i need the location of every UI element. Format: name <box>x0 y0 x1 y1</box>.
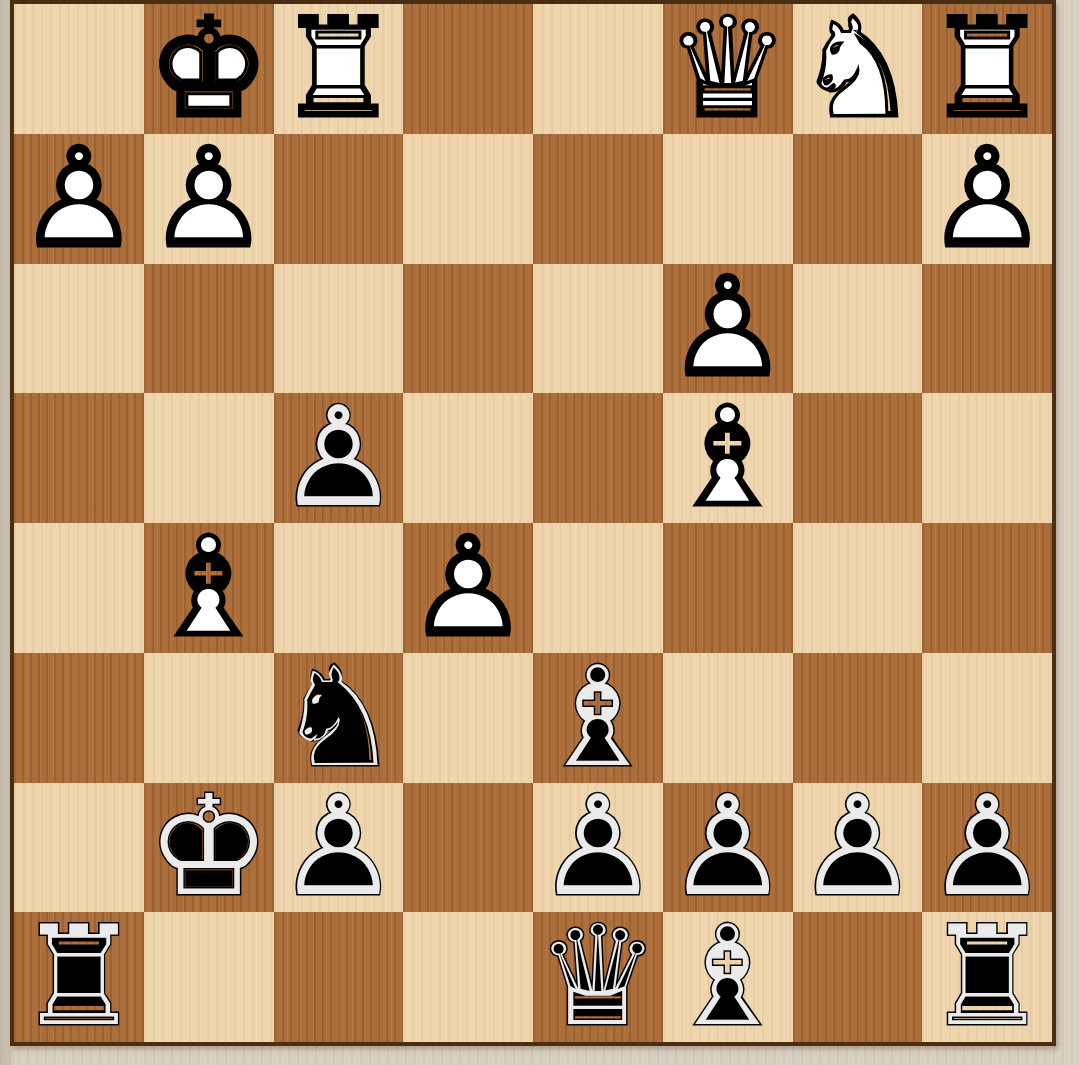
black-pawn-outline: ♙ <box>922 783 1052 913</box>
black-pawn-outline: ♙ <box>793 783 923 913</box>
black-rook-glyph: ♜ <box>14 912 144 1042</box>
white-queen[interactable]: ♛♕ <box>663 4 793 134</box>
white-pawn-glyph: ♟ <box>922 134 1052 264</box>
chess-board: ♚♔♜♖♛♕♞♘♜♖♟♙♟♙♟♙♟♙♟♙♝♗♝♗♟♙♞♘♝♗♚♔♟♙♟♙♟♙♟♙… <box>14 4 1052 1042</box>
square-g4[interactable] <box>144 393 274 523</box>
square-h7[interactable] <box>14 783 144 913</box>
black-king-outline: ♔ <box>144 783 274 913</box>
square-e3[interactable] <box>403 264 533 394</box>
white-rook[interactable]: ♜♖ <box>274 4 404 134</box>
square-c7[interactable]: ♟♙ <box>663 783 793 913</box>
black-pawn-glyph: ♟ <box>663 783 793 913</box>
square-h5[interactable] <box>14 523 144 653</box>
square-a3[interactable] <box>922 264 1052 394</box>
black-pawn[interactable]: ♟♙ <box>793 783 923 913</box>
square-g5[interactable]: ♝♗ <box>144 523 274 653</box>
white-bishop-glyph: ♝ <box>663 393 793 523</box>
white-pawn-glyph: ♟ <box>144 134 274 264</box>
black-bishop[interactable]: ♝♗ <box>663 912 793 1042</box>
square-a5[interactable] <box>922 523 1052 653</box>
black-bishop[interactable]: ♝♗ <box>533 653 663 783</box>
square-e8[interactable] <box>403 912 533 1042</box>
black-pawn-glyph: ♟ <box>922 783 1052 913</box>
square-g3[interactable] <box>144 264 274 394</box>
black-pawn-outline: ♙ <box>663 783 793 913</box>
square-e2[interactable] <box>403 134 533 264</box>
black-bishop-glyph: ♝ <box>663 912 793 1042</box>
black-rook[interactable]: ♜♖ <box>922 912 1052 1042</box>
black-pawn-glyph: ♟ <box>793 783 923 913</box>
square-g2[interactable]: ♟♙ <box>144 134 274 264</box>
black-pawn-outline: ♙ <box>533 783 663 913</box>
square-d8[interactable]: ♛♕ <box>533 912 663 1042</box>
white-pawn-outline: ♙ <box>922 134 1052 264</box>
white-bishop-glyph: ♝ <box>144 523 274 653</box>
square-b4[interactable] <box>793 393 923 523</box>
square-b6[interactable] <box>793 653 923 783</box>
white-rook-glyph: ♜ <box>274 4 404 134</box>
square-e7[interactable] <box>403 783 533 913</box>
black-rook[interactable]: ♜♖ <box>14 912 144 1042</box>
white-bishop-outline: ♗ <box>663 393 793 523</box>
black-king-glyph: ♚ <box>144 783 274 913</box>
square-g1[interactable]: ♚♔ <box>144 4 274 134</box>
square-d1[interactable] <box>533 4 663 134</box>
white-rook-outline: ♖ <box>922 4 1052 134</box>
square-d2[interactable] <box>533 134 663 264</box>
white-knight-glyph: ♞ <box>793 4 923 134</box>
black-rook-outline: ♖ <box>14 912 144 1042</box>
black-pawn[interactable]: ♟♙ <box>533 783 663 913</box>
square-d7[interactable]: ♟♙ <box>533 783 663 913</box>
white-pawn-glyph: ♟ <box>403 523 533 653</box>
white-rook-glyph: ♜ <box>922 4 1052 134</box>
square-d4[interactable] <box>533 393 663 523</box>
white-pawn[interactable]: ♟♙ <box>144 134 274 264</box>
black-queen[interactable]: ♛♕ <box>533 912 663 1042</box>
white-pawn[interactable]: ♟♙ <box>663 264 793 394</box>
square-e1[interactable] <box>403 4 533 134</box>
square-c8[interactable]: ♝♗ <box>663 912 793 1042</box>
white-bishop[interactable]: ♝♗ <box>144 523 274 653</box>
square-a6[interactable] <box>922 653 1052 783</box>
white-king-outline: ♔ <box>144 4 274 134</box>
square-b8[interactable] <box>793 912 923 1042</box>
board-frame: ♚♔♜♖♛♕♞♘♜♖♟♙♟♙♟♙♟♙♟♙♝♗♝♗♟♙♞♘♝♗♚♔♟♙♟♙♟♙♟♙… <box>10 0 1056 1046</box>
black-king[interactable]: ♚♔ <box>144 783 274 913</box>
square-c6[interactable] <box>663 653 793 783</box>
square-a2[interactable]: ♟♙ <box>922 134 1052 264</box>
black-pawn[interactable]: ♟♙ <box>274 393 404 523</box>
square-d6[interactable]: ♝♗ <box>533 653 663 783</box>
square-f4[interactable]: ♟♙ <box>274 393 404 523</box>
square-f7[interactable]: ♟♙ <box>274 783 404 913</box>
white-king[interactable]: ♚♔ <box>144 4 274 134</box>
black-knight-glyph: ♞ <box>274 653 404 783</box>
square-a4[interactable] <box>922 393 1052 523</box>
chess-app-background: { "game": "chess", "orientation": "black… <box>0 0 1080 1065</box>
white-pawn-glyph: ♟ <box>663 264 793 394</box>
square-c5[interactable] <box>663 523 793 653</box>
white-pawn-outline: ♙ <box>663 264 793 394</box>
square-f3[interactable] <box>274 264 404 394</box>
black-knight[interactable]: ♞♘ <box>274 653 404 783</box>
square-e6[interactable] <box>403 653 533 783</box>
square-b5[interactable] <box>793 523 923 653</box>
square-b1[interactable]: ♞♘ <box>793 4 923 134</box>
black-queen-outline: ♕ <box>533 912 663 1042</box>
black-pawn-outline: ♙ <box>274 783 404 913</box>
square-h2[interactable]: ♟♙ <box>14 134 144 264</box>
square-h8[interactable]: ♜♖ <box>14 912 144 1042</box>
square-b7[interactable]: ♟♙ <box>793 783 923 913</box>
square-c3[interactable]: ♟♙ <box>663 264 793 394</box>
black-rook-glyph: ♜ <box>922 912 1052 1042</box>
white-pawn[interactable]: ♟♙ <box>14 134 144 264</box>
white-pawn-outline: ♙ <box>144 134 274 264</box>
white-rook[interactable]: ♜♖ <box>922 4 1052 134</box>
white-pawn[interactable]: ♟♙ <box>403 523 533 653</box>
white-knight[interactable]: ♞♘ <box>793 4 923 134</box>
square-h1[interactable] <box>14 4 144 134</box>
white-queen-outline: ♕ <box>663 4 793 134</box>
square-g7[interactable]: ♚♔ <box>144 783 274 913</box>
white-bishop[interactable]: ♝♗ <box>663 393 793 523</box>
square-d5[interactable] <box>533 523 663 653</box>
square-a7[interactable]: ♟♙ <box>922 783 1052 913</box>
black-bishop-glyph: ♝ <box>533 653 663 783</box>
square-c4[interactable]: ♝♗ <box>663 393 793 523</box>
black-rook-outline: ♖ <box>922 912 1052 1042</box>
black-knight-outline: ♘ <box>274 653 404 783</box>
square-c2[interactable] <box>663 134 793 264</box>
square-g6[interactable] <box>144 653 274 783</box>
black-pawn-glyph: ♟ <box>274 393 404 523</box>
square-h4[interactable] <box>14 393 144 523</box>
white-knight-outline: ♘ <box>793 4 923 134</box>
square-c1[interactable]: ♛♕ <box>663 4 793 134</box>
square-e4[interactable] <box>403 393 533 523</box>
square-h6[interactable] <box>14 653 144 783</box>
square-a1[interactable]: ♜♖ <box>922 4 1052 134</box>
black-pawn[interactable]: ♟♙ <box>274 783 404 913</box>
white-bishop-outline: ♗ <box>144 523 274 653</box>
white-pawn-outline: ♙ <box>403 523 533 653</box>
white-queen-glyph: ♛ <box>663 4 793 134</box>
white-pawn-outline: ♙ <box>14 134 144 264</box>
square-h3[interactable] <box>14 264 144 394</box>
black-pawn-glyph: ♟ <box>274 783 404 913</box>
black-pawn-outline: ♙ <box>274 393 404 523</box>
square-g8[interactable] <box>144 912 274 1042</box>
square-f6[interactable]: ♞♘ <box>274 653 404 783</box>
white-rook-outline: ♖ <box>274 4 404 134</box>
square-d3[interactable] <box>533 264 663 394</box>
square-f8[interactable] <box>274 912 404 1042</box>
square-f2[interactable] <box>274 134 404 264</box>
black-bishop-outline: ♗ <box>533 653 663 783</box>
square-e5[interactable]: ♟♙ <box>403 523 533 653</box>
square-b3[interactable] <box>793 264 923 394</box>
square-a8[interactable]: ♜♖ <box>922 912 1052 1042</box>
square-f1[interactable]: ♜♖ <box>274 4 404 134</box>
black-pawn-glyph: ♟ <box>533 783 663 913</box>
square-b2[interactable] <box>793 134 923 264</box>
black-pawn[interactable]: ♟♙ <box>663 783 793 913</box>
white-king-glyph: ♚ <box>144 4 274 134</box>
white-pawn[interactable]: ♟♙ <box>922 134 1052 264</box>
black-pawn[interactable]: ♟♙ <box>922 783 1052 913</box>
black-bishop-outline: ♗ <box>663 912 793 1042</box>
black-queen-glyph: ♛ <box>533 912 663 1042</box>
white-pawn-glyph: ♟ <box>14 134 144 264</box>
square-f5[interactable] <box>274 523 404 653</box>
